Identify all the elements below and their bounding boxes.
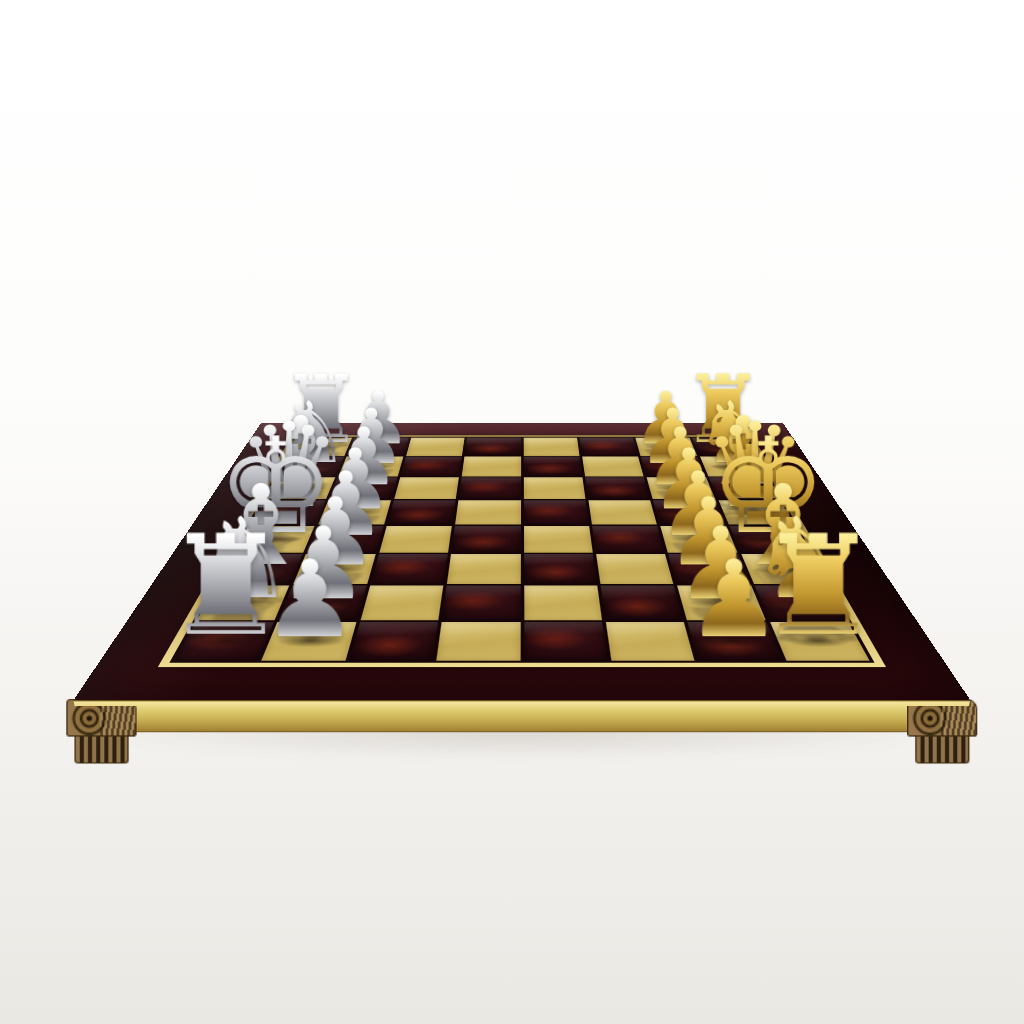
square-h1[interactable]: ♜♜ [770,622,870,661]
square-h8[interactable]: ♜♜ [174,622,274,661]
square-h7[interactable]: ♟♟ [262,622,357,661]
right-foot [907,699,978,764]
square-h2[interactable]: ♟♟ [688,622,783,661]
square-g6[interactable] [360,586,443,620]
square-f5[interactable] [447,554,520,584]
chess-board: ♜♜♟♟♟♟♜♜♞♞♟♟♟♟♞♞♝♝♟♟♟♟♝♝♛♛♟♟♟♟♛♛♚♚♟♟♟♟♚♚… [73,423,970,700]
square-e5[interactable] [451,526,520,553]
brass-inner-frame: ♜♜♟♟♟♟♜♜♞♞♟♟♟♟♞♞♝♝♟♟♟♟♝♝♛♛♟♟♟♟♛♛♚♚♟♟♟♟♚♚… [158,435,886,667]
square-a6[interactable] [406,438,465,456]
square-d6[interactable] [387,500,456,524]
square-c5[interactable] [459,477,521,499]
square-f3[interactable] [596,554,674,584]
square-c6[interactable] [394,477,459,499]
square-h3[interactable] [606,622,695,661]
square-b6[interactable] [400,457,462,477]
square-g5[interactable] [442,586,520,620]
front-edge-band [73,700,970,732]
piece-white-pawn[interactable]: ♟ [686,557,782,642]
column-flutes-icon [74,737,128,764]
square-b3[interactable] [582,457,644,477]
square-a3[interactable] [579,438,638,456]
square-d4[interactable] [523,500,588,524]
square-b4[interactable] [523,457,582,477]
square-a5[interactable] [465,438,521,456]
square-b5[interactable] [462,457,521,477]
square-g3[interactable] [601,586,684,620]
left-foot [66,699,137,764]
square-f6[interactable] [370,554,448,584]
square-e6[interactable] [379,526,452,553]
square-c4[interactable] [523,477,585,499]
square-e4[interactable] [524,526,593,553]
square-d5[interactable] [455,500,520,524]
square-e3[interactable] [592,526,665,553]
square-h5[interactable] [436,622,520,661]
square-h6[interactable] [349,622,438,661]
square-c3[interactable] [585,477,650,499]
column-flutes-icon [915,737,969,764]
scene: ♜♜♟♟♟♟♜♜♞♞♟♟♟♟♞♞♝♝♟♟♟♟♝♝♛♛♟♟♟♟♛♛♚♚♟♟♟♟♚♚… [0,0,1024,1024]
square-g4[interactable] [524,586,602,620]
square-d3[interactable] [588,500,657,524]
checkerboard: ♜♜♟♟♟♟♜♜♞♞♟♟♟♟♞♞♝♝♟♟♟♟♝♝♛♛♟♟♟♟♛♛♚♚♟♟♟♟♚♚… [169,437,874,663]
piece-black-pawn[interactable]: ♟ [262,557,358,642]
square-a4[interactable] [523,438,579,456]
square-f4[interactable] [524,554,597,584]
square-h4[interactable] [524,622,608,661]
